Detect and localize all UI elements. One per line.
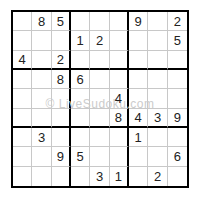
cell-r1c6[interactable] <box>110 12 129 31</box>
given-digit: 8 <box>115 111 122 124</box>
given-digit: 4 <box>115 92 122 105</box>
given-digit: 2 <box>96 34 103 47</box>
cell-r2c7[interactable] <box>129 31 148 50</box>
cell-r6c1[interactable] <box>13 109 32 128</box>
given-digit: 9 <box>57 150 64 163</box>
given-digit: 6 <box>77 73 84 86</box>
cell-r7c6[interactable] <box>110 128 129 147</box>
cell-r6c8[interactable]: 3 <box>148 109 167 128</box>
given-digit: 8 <box>38 15 45 28</box>
cell-r7c4[interactable] <box>71 128 90 147</box>
given-digit: 2 <box>57 53 64 66</box>
cell-r6c3[interactable] <box>52 109 71 128</box>
cell-r4c3[interactable]: 8 <box>52 70 71 89</box>
cell-r7c3[interactable] <box>52 128 71 147</box>
cell-r7c2[interactable]: 3 <box>32 128 51 147</box>
given-digit: 1 <box>77 34 84 47</box>
given-digit: 2 <box>154 170 161 183</box>
cell-r2c2[interactable] <box>32 31 51 50</box>
cell-r2c9[interactable]: 5 <box>168 31 187 50</box>
cell-r7c7[interactable]: 1 <box>129 128 148 147</box>
given-digit: 9 <box>135 15 142 28</box>
cell-r9c1[interactable] <box>13 167 32 186</box>
cell-r1c7[interactable]: 9 <box>129 12 148 31</box>
cell-r5c4[interactable] <box>71 89 90 108</box>
cell-r3c8[interactable] <box>148 51 167 70</box>
given-digit: 1 <box>115 170 122 183</box>
cell-r2c6[interactable] <box>110 31 129 50</box>
cell-r8c4[interactable]: 5 <box>71 147 90 166</box>
cell-r4c4[interactable]: 6 <box>71 70 90 89</box>
cell-r6c4[interactable] <box>71 109 90 128</box>
given-digit: 4 <box>135 111 142 124</box>
cell-r3c4[interactable] <box>71 51 90 70</box>
cell-r4c2[interactable] <box>32 70 51 89</box>
cell-r1c9[interactable]: 2 <box>168 12 187 31</box>
cell-r1c3[interactable]: 5 <box>52 12 71 31</box>
given-digit: 3 <box>154 111 161 124</box>
cell-r4c6[interactable] <box>110 70 129 89</box>
cell-r8c1[interactable] <box>13 147 32 166</box>
cell-r9c4[interactable] <box>71 167 90 186</box>
cell-r1c4[interactable] <box>71 12 90 31</box>
cell-r5c6[interactable]: 4 <box>110 89 129 108</box>
cell-r5c9[interactable] <box>168 89 187 108</box>
cell-r8c7[interactable] <box>129 147 148 166</box>
cell-r2c5[interactable]: 2 <box>90 31 109 50</box>
cell-r4c7[interactable] <box>129 70 148 89</box>
cell-r3c6[interactable] <box>110 51 129 70</box>
cell-r1c8[interactable] <box>148 12 167 31</box>
cell-r9c5[interactable]: 3 <box>90 167 109 186</box>
given-digit: 3 <box>96 170 103 183</box>
cell-r6c2[interactable] <box>32 109 51 128</box>
given-digit: 1 <box>135 131 142 144</box>
given-digit: 4 <box>19 53 26 66</box>
cell-r8c8[interactable] <box>148 147 167 166</box>
cell-r3c7[interactable] <box>129 51 148 70</box>
cell-r9c6[interactable]: 1 <box>110 167 129 186</box>
cell-r9c7[interactable] <box>129 167 148 186</box>
cell-r5c7[interactable] <box>129 89 148 108</box>
cell-r6c7[interactable]: 4 <box>129 109 148 128</box>
cell-r9c2[interactable] <box>32 167 51 186</box>
given-digit: 8 <box>57 73 64 86</box>
cell-r8c3[interactable]: 9 <box>52 147 71 166</box>
cell-r9c3[interactable] <box>52 167 71 186</box>
sudoku-page: © LiveSudoku.com 85921254286484393195631… <box>0 0 200 200</box>
cell-r4c9[interactable] <box>168 70 187 89</box>
cell-r3c1[interactable]: 4 <box>13 51 32 70</box>
cell-r2c3[interactable] <box>52 31 71 50</box>
given-digit: 5 <box>77 150 84 163</box>
cell-r8c6[interactable] <box>110 147 129 166</box>
cell-r7c9[interactable] <box>168 128 187 147</box>
cell-r5c8[interactable] <box>148 89 167 108</box>
cell-r6c6[interactable]: 8 <box>110 109 129 128</box>
cell-r6c5[interactable] <box>90 109 109 128</box>
cell-r3c2[interactable] <box>32 51 51 70</box>
cell-r7c8[interactable] <box>148 128 167 147</box>
given-digit: 9 <box>174 111 181 124</box>
given-digit: 2 <box>174 15 181 28</box>
given-digit: 5 <box>174 34 181 47</box>
cell-r1c1[interactable] <box>13 12 32 31</box>
cell-r2c1[interactable] <box>13 31 32 50</box>
cell-r1c5[interactable] <box>90 12 109 31</box>
cell-r5c1[interactable] <box>13 89 32 108</box>
given-digit: 3 <box>38 131 45 144</box>
cell-r8c5[interactable] <box>90 147 109 166</box>
cell-r2c4[interactable]: 1 <box>71 31 90 50</box>
cell-r3c5[interactable] <box>90 51 109 70</box>
cell-r4c8[interactable] <box>148 70 167 89</box>
cell-r1c2[interactable]: 8 <box>32 12 51 31</box>
cell-r8c2[interactable] <box>32 147 51 166</box>
cell-r3c9[interactable] <box>168 51 187 70</box>
cell-r6c9[interactable]: 9 <box>168 109 187 128</box>
given-digit: 6 <box>174 150 181 163</box>
cell-r5c3[interactable] <box>52 89 71 108</box>
sudoku-board: © LiveSudoku.com 85921254286484393195631… <box>11 10 189 188</box>
cell-r2c8[interactable] <box>148 31 167 50</box>
cell-r3c3[interactable]: 2 <box>52 51 71 70</box>
cell-r7c1[interactable] <box>13 128 32 147</box>
given-digit: 5 <box>57 15 64 28</box>
cell-r8c9[interactable]: 6 <box>168 147 187 166</box>
cell-r4c5[interactable] <box>90 70 109 89</box>
cell-r4c1[interactable] <box>13 70 32 89</box>
cell-r5c5[interactable] <box>90 89 109 108</box>
cell-r9c8[interactable]: 2 <box>148 167 167 186</box>
cell-r7c5[interactable] <box>90 128 109 147</box>
cell-r5c2[interactable] <box>32 89 51 108</box>
cell-r9c9[interactable] <box>168 167 187 186</box>
